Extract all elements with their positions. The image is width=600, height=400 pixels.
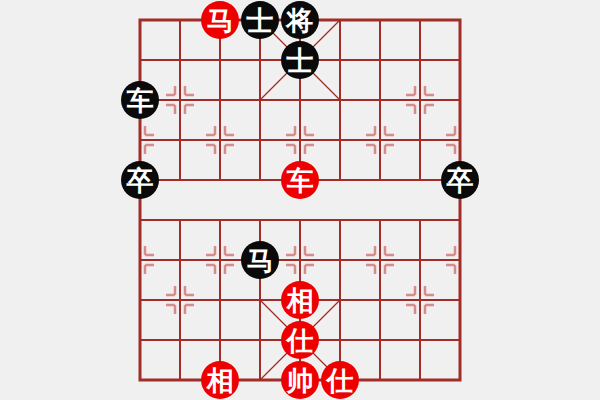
board-intersections-grid[interactable]: 马士将士车卒车卒马相仕相帅仕 [120, 0, 480, 400]
piece-black-horse[interactable]: 马 [241, 241, 279, 279]
piece-red-elephant[interactable]: 相 [281, 281, 319, 319]
piece-black-advisor[interactable]: 士 [281, 41, 319, 79]
piece-red-advisor[interactable]: 仕 [281, 321, 319, 359]
piece-black-soldier[interactable]: 卒 [441, 161, 479, 199]
piece-red-chariot[interactable]: 车 [281, 161, 319, 199]
piece-black-soldier[interactable]: 卒 [121, 161, 159, 199]
xiangqi-board: 马士将士车卒车卒马相仕相帅仕 [0, 0, 600, 400]
piece-black-advisor[interactable]: 士 [241, 1, 279, 39]
piece-black-chariot[interactable]: 车 [121, 81, 159, 119]
piece-black-general[interactable]: 将 [281, 1, 319, 39]
piece-red-horse[interactable]: 马 [201, 1, 239, 39]
piece-red-elephant[interactable]: 相 [201, 361, 239, 399]
piece-red-general[interactable]: 帅 [281, 361, 319, 399]
piece-red-advisor[interactable]: 仕 [321, 361, 359, 399]
